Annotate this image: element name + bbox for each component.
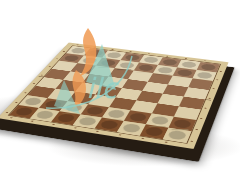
- square-h6: [188, 78, 213, 90]
- black-pawn: ♟: [133, 51, 154, 75]
- product-photo-stage: ♜♞♝♛♚♝♞♜♟♟♟♟♟♟♟♟♟♟♟♟♟♟♟♟♜♞♝♛♚♝♞♜ ilc: [0, 0, 240, 176]
- black-pawn: ♟: [113, 49, 134, 73]
- black-pawn: ♟: [152, 53, 174, 77]
- square-h1: ♜: [163, 128, 192, 143]
- white-rook: ♜: [157, 105, 192, 144]
- chess-set-photo: ♜♞♝♛♚♝♞♜♟♟♟♟♟♟♟♟♟♟♟♟♟♟♟♟♜♞♝♛♚♝♞♜: [0, 0, 240, 176]
- black-pawn: ♟: [172, 56, 194, 80]
- folding-chess-board: ♜♞♝♛♚♝♞♜♟♟♟♟♟♟♟♟♟♟♟♟♟♟♟♟♜♞♝♛♚♝♞♜: [0, 42, 229, 149]
- square-h7: ♟: [193, 70, 217, 81]
- black-pawn: ♟: [192, 58, 214, 82]
